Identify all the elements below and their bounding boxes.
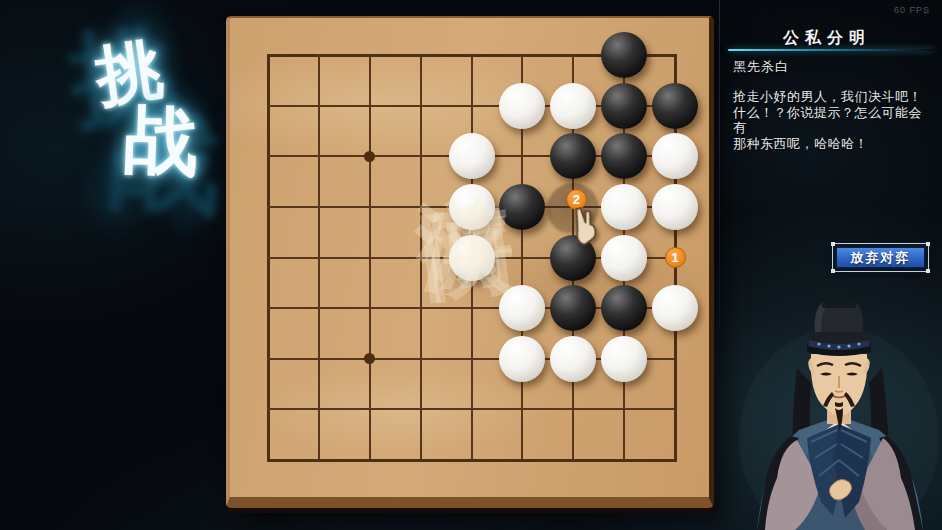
give-up-button-label: 放弃对弈 [836, 247, 925, 268]
panel-divider [719, 0, 720, 330]
stone-black [499, 184, 545, 230]
dialogue-line: 那种东西呢，哈哈哈！ [733, 136, 933, 152]
stone-white [499, 83, 545, 129]
board-grid: 12 [230, 18, 709, 497]
button-corner [831, 269, 835, 273]
star-point [364, 151, 375, 162]
button-corner [926, 242, 930, 246]
puzzle-title: 公私分明 [712, 28, 942, 49]
stone-white [652, 285, 698, 331]
challenge-banner: 挑 战 挑 战 [18, 0, 248, 250]
stone-black [550, 133, 596, 179]
stone-white [550, 336, 596, 382]
stone-black [550, 285, 596, 331]
grid-line [267, 459, 677, 462]
stone-white [601, 184, 647, 230]
game-screen: 60 FPS 挑 战 挑 战 12 游侠网 公私分明 黑先杀白 抢走小妤的男人，… [0, 0, 942, 530]
info-panel: 公私分明 黑先杀白 抢走小妤的男人，我们决斗吧！ 什么！？你说提示？怎么可能会有… [712, 0, 942, 530]
stone-white [499, 285, 545, 331]
stone-white [601, 235, 647, 281]
stone-black [601, 32, 647, 78]
dialogue-line: 抢走小妤的男人，我们决斗吧！ [733, 89, 933, 105]
stone-black [601, 83, 647, 129]
stone-white [652, 184, 698, 230]
stone-white [449, 235, 495, 281]
stone-black [601, 133, 647, 179]
stone-white [601, 336, 647, 382]
banner-char: 战 [122, 91, 199, 194]
grid-line [267, 408, 677, 410]
puzzle-objective: 黑先杀白 [733, 58, 789, 76]
give-up-button[interactable]: 放弃对弈 [832, 243, 929, 272]
move-badge-1: 1 [665, 247, 686, 268]
stone-black [601, 285, 647, 331]
stone-white [449, 184, 495, 230]
button-corner [926, 269, 930, 273]
go-board[interactable]: 12 游侠网 [226, 16, 714, 508]
stone-black [652, 83, 698, 129]
stone-white [550, 83, 596, 129]
star-point [364, 353, 375, 364]
button-corner [831, 242, 835, 246]
dialogue-line: 什么！？你说提示？怎么可能会有 [733, 105, 933, 136]
stone-white [499, 336, 545, 382]
stone-white [449, 133, 495, 179]
title-underline [728, 49, 934, 51]
npc-portrait [737, 288, 942, 530]
stone-white [652, 133, 698, 179]
npc-dialogue: 抢走小妤的男人，我们决斗吧！ 什么！？你说提示？怎么可能会有 那种东西呢，哈哈哈… [733, 89, 933, 151]
